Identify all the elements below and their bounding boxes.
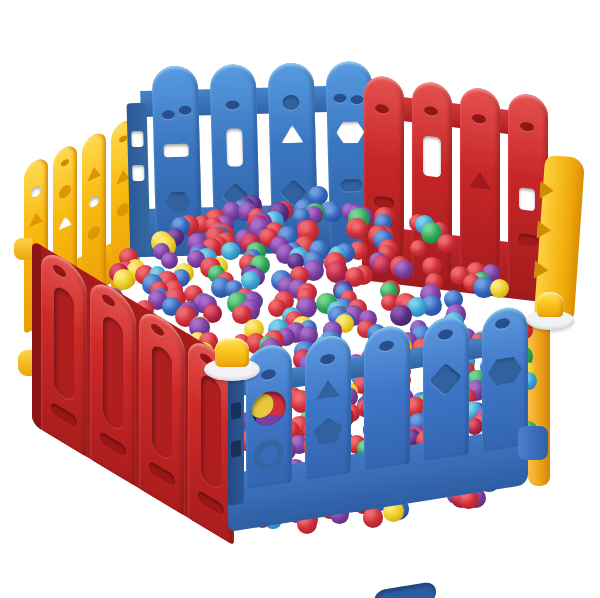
ball [380,282,399,301]
ball [150,288,169,307]
panel-front-blue [228,300,528,532]
red-slat [412,80,452,285]
red-front-slat [41,245,87,457]
ball [324,252,346,274]
ball [268,299,286,317]
cutout-triangle [281,125,303,144]
ball [407,297,427,317]
ball [303,251,324,272]
ball [190,316,210,336]
screw-oval [119,134,127,144]
ball [211,277,232,298]
ball [296,297,317,318]
ball [177,304,195,322]
screw-oval [151,322,164,339]
corner-pole-orange [528,318,550,486]
ball [343,305,364,326]
cutout-triangle [29,210,43,228]
cutout-rect [226,128,243,166]
ball [363,507,384,528]
ball [180,301,199,320]
cutout-circle [59,183,71,200]
blue-slat [210,64,261,251]
cutout-rect [231,440,241,458]
ball [277,277,297,297]
ball [225,280,243,298]
cutout-rect [423,135,441,177]
emboss-circle [282,95,299,110]
screw-oval [225,100,239,109]
ball [164,288,185,309]
emboss-groove [103,313,123,433]
emboss-pentagon [314,416,342,446]
ball [338,312,355,329]
red-front-slat [90,275,136,487]
ball [245,292,263,310]
ball [268,319,289,340]
red-front-slat [139,304,185,516]
emboss-groove [201,372,221,492]
ball [172,269,190,287]
screw-oval [261,368,276,380]
emboss-oval [518,233,538,246]
cutout-circle [88,224,100,241]
emboss-triangle [469,171,491,190]
screw-oval [520,121,534,132]
ball [326,261,348,283]
blue-panel-edge-strip [126,103,150,253]
cutout-rect [132,165,144,181]
ball [285,311,303,329]
pole-clamp-blue [518,426,548,460]
ball [395,293,416,314]
cutout-rect [164,144,189,158]
ball [271,270,292,291]
screw-oval [438,328,453,340]
red-slat [460,86,500,291]
connector-cap-right [537,292,563,317]
screw-oval [53,263,66,280]
cutout-circle [31,184,41,198]
ball [297,288,316,307]
blue-slat [268,62,319,249]
connector-cap-left [215,338,249,367]
post-notch [539,181,554,200]
ball [340,290,357,307]
ball [164,280,183,299]
ball [194,293,213,312]
ball [209,257,228,276]
ball [348,299,367,318]
cutout-circle-balls [252,389,286,428]
emboss-hexagon [165,192,192,213]
ball [142,274,163,295]
ball [162,297,181,316]
ball [399,295,419,315]
emboss-oval-slot [374,581,436,598]
ball [208,265,226,283]
emboss-circle [254,437,284,472]
ball [217,272,235,290]
blue-front-slat [364,323,410,470]
screw-oval [379,340,394,352]
ball [239,254,258,273]
red-front-edge [32,240,41,429]
ball [331,306,348,323]
ball [297,283,317,303]
ball [189,317,210,338]
screw-oval [375,104,389,115]
ball [334,298,353,317]
emboss-diamond [429,363,462,396]
panel-back-right-red [362,74,548,303]
ball [333,280,354,301]
emboss-diamond [222,183,249,210]
ball [250,255,271,276]
ball [235,288,255,308]
ball [327,301,348,322]
emboss-oval [374,195,394,208]
ball [381,294,398,311]
ball [200,257,221,278]
ball [421,295,442,316]
ball [174,263,194,283]
ball [198,295,217,314]
blue-slat [152,65,203,252]
ball [203,304,223,324]
emboss-groove [54,283,74,403]
red-slat [364,74,404,279]
blue-front-slat [423,314,469,461]
ball [316,293,338,315]
ball-pit-scene [0,0,600,598]
ball [232,305,252,325]
panel-front-left-red [32,240,234,545]
screw-oval [472,114,486,125]
ball [150,281,169,300]
screw-oval [424,106,438,117]
emboss-triangle [316,378,340,400]
ball [156,271,178,293]
emboss-slot [149,460,175,487]
ball [184,285,202,303]
ball [290,266,309,285]
blue-front-slat [305,333,351,480]
ball [193,294,212,313]
panel-back-blue [126,61,381,257]
cutout-triangle [87,164,101,182]
screw-oval [495,317,510,329]
ball [287,253,305,271]
ball [241,271,260,290]
emboss-slot [198,490,224,517]
ball [303,260,324,281]
cutout-rect [519,187,535,211]
cutout-circle [117,201,129,218]
cutout-rect [231,402,241,420]
ball [227,292,248,313]
ball [244,319,265,340]
ball [288,279,309,300]
ball [444,290,464,310]
screw-oval [320,353,335,365]
ball [240,291,262,313]
ball [175,306,196,327]
emboss-slot [100,431,126,458]
ball [246,268,265,287]
cutout-circle [89,195,99,209]
emboss-groove [152,342,172,462]
screw-oval [61,158,69,168]
cutout-triangle [58,213,72,231]
screw-oval [179,106,192,115]
emboss-oval [341,179,363,192]
connector-nub-yellow [14,238,32,260]
ball [149,266,167,284]
cutout-rect [131,131,143,147]
post-notch [534,261,549,280]
emboss-diamond [280,179,307,206]
ball [282,307,301,326]
ball [239,299,260,320]
ball [328,306,348,326]
screw-oval [102,292,115,309]
screw-oval [333,94,346,103]
ball [241,265,259,283]
ball [179,302,199,322]
cutout-hexagon [336,121,365,144]
ball [335,284,353,302]
ball [274,291,295,312]
ball [148,290,167,309]
emboss-slot [51,401,77,428]
screw-oval [162,110,175,119]
post-notch [536,221,551,240]
emboss-hexagon [488,355,522,386]
